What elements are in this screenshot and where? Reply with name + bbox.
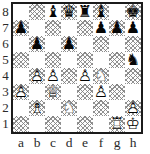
file-label-h: h: [125, 134, 141, 152]
rank-label-2: 2: [0, 100, 11, 116]
corner-spacer: [0, 134, 13, 152]
square-f1[interactable]: [93, 116, 109, 132]
square-d1[interactable]: [61, 116, 77, 132]
square-h7[interactable]: ♟: [125, 20, 141, 36]
square-f3[interactable]: ♟♙: [93, 84, 109, 100]
file-label-e: e: [77, 134, 93, 152]
square-e8[interactable]: ♜: [77, 4, 93, 20]
rank-labels: 87654321: [0, 2, 11, 132]
white-pawn: ♟♙: [77, 68, 93, 84]
board-with-rank-labels: 87654321 ♝♛♜♝♚♟♟♟♟♟♟♞♟♙♟♙♟♙♞♘♟♙♛♕♟♙♝♗♞♘♟…: [0, 0, 150, 134]
rank-label-8: 8: [0, 4, 11, 20]
square-g6[interactable]: [109, 36, 125, 52]
square-f2[interactable]: [93, 100, 109, 116]
white-bishop: ♝♗: [29, 100, 45, 116]
white-queen: ♛♕: [45, 84, 61, 100]
square-b8[interactable]: [29, 4, 45, 20]
black-pawn: ♟: [29, 36, 45, 52]
square-c6[interactable]: [45, 36, 61, 52]
square-h5[interactable]: ♞: [125, 52, 141, 68]
file-label-a: a: [13, 134, 29, 152]
file-label-c: c: [45, 134, 61, 152]
white-pawn: ♟♙: [13, 84, 29, 100]
square-b2[interactable]: ♝♗: [29, 100, 45, 116]
black-pawn: ♟: [109, 20, 125, 36]
square-a5[interactable]: [13, 52, 29, 68]
square-a7[interactable]: ♟: [13, 20, 29, 36]
white-pawn: ♟♙: [93, 84, 109, 100]
black-pawn: ♟: [93, 20, 109, 36]
square-a1[interactable]: [13, 116, 29, 132]
square-g4[interactable]: [109, 68, 125, 84]
square-e6[interactable]: [77, 36, 93, 52]
square-b4[interactable]: ♟♙: [29, 68, 45, 84]
chess-diagram: 87654321 ♝♛♜♝♚♟♟♟♟♟♟♞♟♙♟♙♟♙♞♘♟♙♛♕♟♙♝♗♞♘♟…: [0, 0, 150, 154]
square-b6[interactable]: ♟: [29, 36, 45, 52]
square-e7[interactable]: [77, 20, 93, 36]
file-labels: abcdefgh: [13, 134, 141, 152]
white-knight: ♞♘: [61, 100, 77, 116]
square-c7[interactable]: [45, 20, 61, 36]
square-c3[interactable]: ♛♕: [45, 84, 61, 100]
black-queen: ♛: [61, 4, 77, 20]
square-h1[interactable]: ♚♔: [125, 116, 141, 132]
square-d6[interactable]: ♟: [61, 36, 77, 52]
square-e3[interactable]: [77, 84, 93, 100]
rank-label-7: 7: [0, 20, 11, 36]
white-rook: ♜♖: [109, 116, 125, 132]
white-king: ♚♔: [125, 116, 141, 132]
file-label-f: f: [93, 134, 109, 152]
black-knight: ♞: [125, 52, 141, 68]
square-d8[interactable]: ♛: [61, 4, 77, 20]
square-g1[interactable]: ♜♖: [109, 116, 125, 132]
square-c8[interactable]: ♝: [45, 4, 61, 20]
square-e4[interactable]: ♟♙: [77, 68, 93, 84]
black-pawn: ♟: [125, 20, 141, 36]
square-d4[interactable]: [61, 68, 77, 84]
file-label-row: abcdefgh: [0, 134, 150, 152]
square-g7[interactable]: ♟: [109, 20, 125, 36]
file-label-d: d: [61, 134, 77, 152]
square-c2[interactable]: [45, 100, 61, 116]
square-a6[interactable]: [13, 36, 29, 52]
square-a2[interactable]: [13, 100, 29, 116]
white-pawn: ♟♙: [29, 68, 45, 84]
rank-label-3: 3: [0, 84, 11, 100]
square-e1[interactable]: [77, 116, 93, 132]
square-e2[interactable]: [77, 100, 93, 116]
rank-label-1: 1: [0, 116, 11, 132]
rank-label-6: 6: [0, 36, 11, 52]
square-a3[interactable]: ♟♙: [13, 84, 29, 100]
square-g3[interactable]: [109, 84, 125, 100]
black-pawn: ♟: [13, 20, 29, 36]
square-f6[interactable]: [93, 36, 109, 52]
rank-label-4: 4: [0, 68, 11, 84]
black-bishop: ♝: [45, 4, 61, 20]
chess-board: ♝♛♜♝♚♟♟♟♟♟♟♞♟♙♟♙♟♙♞♘♟♙♛♕♟♙♝♗♞♘♟♙♜♖♚♔: [11, 2, 143, 134]
file-label-g: g: [109, 134, 125, 152]
black-pawn: ♟: [61, 36, 77, 52]
square-d5[interactable]: [61, 52, 77, 68]
rank-label-5: 5: [0, 52, 11, 68]
square-c1[interactable]: [45, 116, 61, 132]
file-label-b: b: [29, 134, 45, 152]
square-h4[interactable]: [125, 68, 141, 84]
square-d2[interactable]: ♞♘: [61, 100, 77, 116]
black-rook: ♜: [77, 4, 93, 20]
square-b1[interactable]: [29, 116, 45, 132]
square-f7[interactable]: ♟: [93, 20, 109, 36]
square-g5[interactable]: [109, 52, 125, 68]
